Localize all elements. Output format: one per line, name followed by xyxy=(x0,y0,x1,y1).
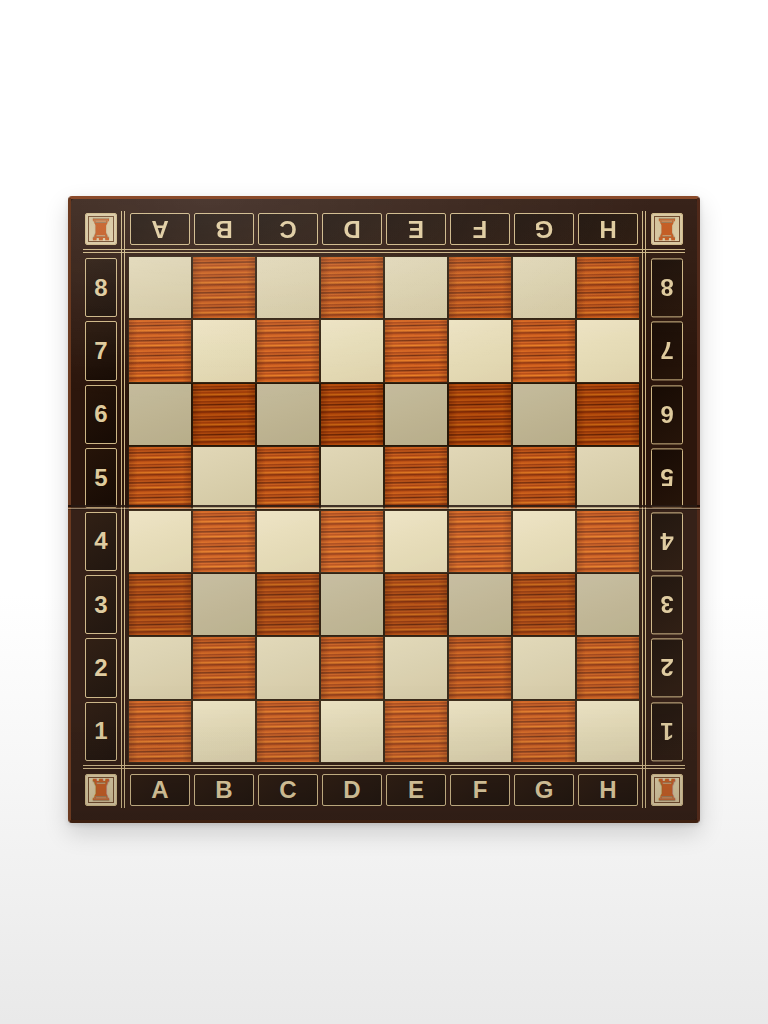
square-d3[interactable] xyxy=(320,573,384,636)
square-g7[interactable] xyxy=(512,319,576,382)
square-d1[interactable] xyxy=(320,700,384,763)
rank-label-left-5: 5 xyxy=(85,448,117,507)
square-f2[interactable] xyxy=(448,636,512,699)
square-b3[interactable] xyxy=(192,573,256,636)
inner-border-line-top xyxy=(83,247,685,256)
square-a3[interactable] xyxy=(128,573,192,636)
square-d5[interactable] xyxy=(320,446,384,509)
square-e1[interactable] xyxy=(384,700,448,763)
file-label-top-b: B xyxy=(194,213,254,245)
square-h3[interactable] xyxy=(576,573,640,636)
rank-label-right-4: 4 xyxy=(651,512,683,571)
square-h7[interactable] xyxy=(576,319,640,382)
square-c4[interactable] xyxy=(256,510,320,573)
square-a8[interactable] xyxy=(128,256,192,319)
square-f5[interactable] xyxy=(448,446,512,509)
square-h1[interactable] xyxy=(576,700,640,763)
square-g2[interactable] xyxy=(512,636,576,699)
inner-border-line-left xyxy=(119,211,128,808)
square-e2[interactable] xyxy=(384,636,448,699)
square-e4[interactable] xyxy=(384,510,448,573)
square-f1[interactable] xyxy=(448,700,512,763)
square-b5[interactable] xyxy=(192,446,256,509)
corner-cell-bottom-right: ♜ xyxy=(651,774,683,806)
square-d7[interactable] xyxy=(320,319,384,382)
square-c3[interactable] xyxy=(256,573,320,636)
square-d4[interactable] xyxy=(320,510,384,573)
square-h5[interactable] xyxy=(576,446,640,509)
square-b1[interactable] xyxy=(192,700,256,763)
rank-label-left-3: 3 xyxy=(85,575,117,634)
corner-cell-top-right: ♜ xyxy=(651,213,683,245)
board-grid: ♜♜♜♜AABBCCDDEEFFGGHH8877665544332211 xyxy=(83,211,685,808)
square-f6[interactable] xyxy=(448,383,512,446)
chessboard: ♜♜♜♜AABBCCDDEEFFGGHH8877665544332211 xyxy=(68,196,700,823)
square-h6[interactable] xyxy=(576,383,640,446)
file-label-top-a: A xyxy=(130,213,190,245)
square-b8[interactable] xyxy=(192,256,256,319)
square-e7[interactable] xyxy=(384,319,448,382)
file-label-bottom-g: G xyxy=(514,774,574,806)
square-b7[interactable] xyxy=(192,319,256,382)
square-f8[interactable] xyxy=(448,256,512,319)
rank-label-right-1: 1 xyxy=(651,702,683,761)
square-a6[interactable] xyxy=(128,383,192,446)
file-label-top-d: D xyxy=(322,213,382,245)
inner-border-line-bottom xyxy=(83,763,685,772)
square-d6[interactable] xyxy=(320,383,384,446)
square-d8[interactable] xyxy=(320,256,384,319)
file-label-bottom-h: H xyxy=(578,774,638,806)
square-g3[interactable] xyxy=(512,573,576,636)
square-e6[interactable] xyxy=(384,383,448,446)
rank-label-right-5: 5 xyxy=(651,448,683,507)
square-h4[interactable] xyxy=(576,510,640,573)
file-label-top-e: E xyxy=(386,213,446,245)
square-h8[interactable] xyxy=(576,256,640,319)
square-e5[interactable] xyxy=(384,446,448,509)
square-g1[interactable] xyxy=(512,700,576,763)
rank-label-right-6: 6 xyxy=(651,385,683,444)
square-c7[interactable] xyxy=(256,319,320,382)
file-label-top-c: C xyxy=(258,213,318,245)
file-label-bottom-a: A xyxy=(130,774,190,806)
rook-icon: ♜ xyxy=(88,776,114,805)
inner-border-line-right xyxy=(640,211,649,808)
square-g8[interactable] xyxy=(512,256,576,319)
file-label-top-f: F xyxy=(450,213,510,245)
square-c1[interactable] xyxy=(256,700,320,763)
rook-icon: ♜ xyxy=(654,215,680,244)
square-c6[interactable] xyxy=(256,383,320,446)
square-e3[interactable] xyxy=(384,573,448,636)
rank-label-right-3: 3 xyxy=(651,575,683,634)
file-label-bottom-d: D xyxy=(322,774,382,806)
square-e8[interactable] xyxy=(384,256,448,319)
square-a7[interactable] xyxy=(128,319,192,382)
square-b2[interactable] xyxy=(192,636,256,699)
rank-label-left-6: 6 xyxy=(85,385,117,444)
rook-icon: ♜ xyxy=(88,215,114,244)
rank-label-right-8: 8 xyxy=(651,258,683,317)
square-a5[interactable] xyxy=(128,446,192,509)
square-c5[interactable] xyxy=(256,446,320,509)
square-f4[interactable] xyxy=(448,510,512,573)
rank-label-right-7: 7 xyxy=(651,321,683,380)
square-h2[interactable] xyxy=(576,636,640,699)
square-g6[interactable] xyxy=(512,383,576,446)
rank-label-left-2: 2 xyxy=(85,638,117,697)
file-label-bottom-e: E xyxy=(386,774,446,806)
corner-cell-top-left: ♜ xyxy=(85,213,117,245)
rank-label-left-4: 4 xyxy=(85,512,117,571)
rank-label-left-8: 8 xyxy=(85,258,117,317)
square-g5[interactable] xyxy=(512,446,576,509)
file-label-bottom-c: C xyxy=(258,774,318,806)
square-a2[interactable] xyxy=(128,636,192,699)
square-f7[interactable] xyxy=(448,319,512,382)
square-f3[interactable] xyxy=(448,573,512,636)
rank-label-right-2: 2 xyxy=(651,638,683,697)
square-a1[interactable] xyxy=(128,700,192,763)
rank-label-left-1: 1 xyxy=(85,702,117,761)
file-label-top-h: H xyxy=(578,213,638,245)
square-c2[interactable] xyxy=(256,636,320,699)
square-b4[interactable] xyxy=(192,510,256,573)
file-label-top-g: G xyxy=(514,213,574,245)
square-g4[interactable] xyxy=(512,510,576,573)
square-d2[interactable] xyxy=(320,636,384,699)
rank-label-left-7: 7 xyxy=(85,321,117,380)
file-label-bottom-f: F xyxy=(450,774,510,806)
square-a4[interactable] xyxy=(128,510,192,573)
square-c8[interactable] xyxy=(256,256,320,319)
file-label-bottom-b: B xyxy=(194,774,254,806)
corner-cell-bottom-left: ♜ xyxy=(85,774,117,806)
rook-icon: ♜ xyxy=(654,776,680,805)
square-b6[interactable] xyxy=(192,383,256,446)
